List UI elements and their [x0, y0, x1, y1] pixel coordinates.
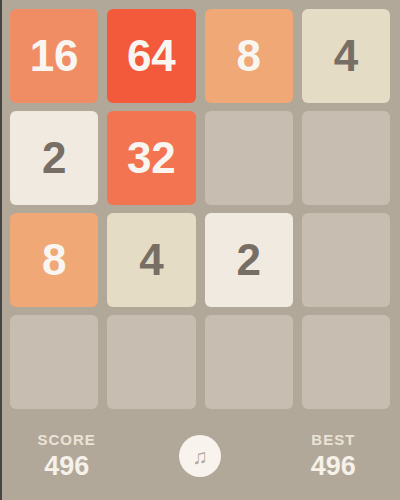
empty-cell-r3c4 — [302, 213, 390, 307]
empty-cell-r4c1 — [10, 315, 98, 409]
game-board[interactable]: 166484232842 — [0, 0, 400, 418]
empty-cell-r2c4 — [302, 111, 390, 205]
tile-8-r1c3: 8 — [205, 9, 293, 103]
empty-cell-r4c3 — [205, 315, 293, 409]
score-block: SCORE 496 — [37, 431, 95, 482]
best-label: BEST — [311, 431, 355, 448]
empty-cell-r2c3 — [205, 111, 293, 205]
tile-32-r2c2: 32 — [107, 111, 195, 205]
tile-16-r1c1: 16 — [10, 9, 98, 103]
best-value: 496 — [311, 451, 356, 482]
music-toggle-button[interactable]: ♫ — [179, 435, 221, 477]
tile-4-r3c2: 4 — [107, 213, 195, 307]
score-bar: SCORE 496 ♫ BEST 496 — [0, 412, 400, 500]
tile-4-r1c4: 4 — [302, 9, 390, 103]
empty-cell-r4c4 — [302, 315, 390, 409]
tile-64-r1c2: 64 — [107, 9, 195, 103]
tile-2-r3c3: 2 — [205, 213, 293, 307]
best-block: BEST 496 — [311, 431, 356, 482]
tile-2-r2c1: 2 — [10, 111, 98, 205]
empty-cell-r4c2 — [107, 315, 195, 409]
tile-8-r3c1: 8 — [10, 213, 98, 307]
music-note-icon: ♫ — [192, 446, 208, 467]
score-label: SCORE — [37, 431, 95, 448]
score-value: 496 — [44, 451, 89, 482]
screen-left-edge — [0, 0, 2, 500]
